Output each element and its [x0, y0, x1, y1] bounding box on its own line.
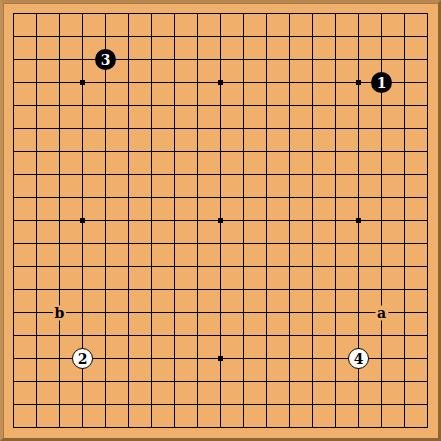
board-point-F8 — [117, 255, 140, 278]
board-point-G18 — [140, 25, 163, 48]
board-point-M14 — [255, 117, 278, 140]
board-point-S15 — [393, 94, 416, 117]
board-point-G13 — [140, 140, 163, 163]
board-point-R13 — [370, 140, 393, 163]
board-point-A11 — [2, 186, 25, 209]
board-point-C8 — [48, 255, 71, 278]
board-point-F11 — [117, 186, 140, 209]
board-point-T15 — [416, 94, 439, 117]
board-point-A18 — [2, 25, 25, 48]
board-point-K5 — [209, 324, 232, 347]
board-point-O1 — [301, 416, 324, 439]
board-point-O16 — [301, 71, 324, 94]
board-point-P4 — [324, 347, 347, 370]
move-number: 2 — [78, 352, 88, 366]
board-point-N6 — [278, 301, 301, 324]
board-point-J6 — [186, 301, 209, 324]
board-point-C18 — [48, 25, 71, 48]
board-point-B2 — [25, 393, 48, 416]
board-point-P11 — [324, 186, 347, 209]
board-point-P13 — [324, 140, 347, 163]
board-point-L5 — [232, 324, 255, 347]
board-point-B13 — [25, 140, 48, 163]
board-point-C9 — [48, 232, 71, 255]
board-point-O4 — [301, 347, 324, 370]
board-point-E11 — [94, 186, 117, 209]
board-point-G17 — [140, 48, 163, 71]
board-point-S7 — [393, 278, 416, 301]
board-point-E14 — [94, 117, 117, 140]
board-point-D10 — [71, 209, 94, 232]
board-point-T19 — [416, 2, 439, 25]
board-point-Q2 — [347, 393, 370, 416]
board-point-R3 — [370, 370, 393, 393]
board-point-P16 — [324, 71, 347, 94]
board-point-M1 — [255, 416, 278, 439]
board-point-L3 — [232, 370, 255, 393]
board-point-C6: b — [48, 301, 71, 324]
board-point-N16 — [278, 71, 301, 94]
board-point-Q18 — [347, 25, 370, 48]
go-board: 31ba24 — [0, 0, 441, 441]
board-point-D1 — [71, 416, 94, 439]
board-point-O12 — [301, 163, 324, 186]
board-point-O19 — [301, 2, 324, 25]
board-point-R12 — [370, 163, 393, 186]
board-point-P8 — [324, 255, 347, 278]
board-point-D12 — [71, 163, 94, 186]
board-point-R18 — [370, 25, 393, 48]
board-point-K13 — [209, 140, 232, 163]
board-point-T2 — [416, 393, 439, 416]
board-point-T13 — [416, 140, 439, 163]
star-point — [218, 356, 223, 361]
board-point-Q11 — [347, 186, 370, 209]
board-point-Q16 — [347, 71, 370, 94]
black-stone-3: 3 — [95, 49, 116, 70]
board-point-B4 — [25, 347, 48, 370]
board-point-P7 — [324, 278, 347, 301]
board-point-G5 — [140, 324, 163, 347]
board-point-P12 — [324, 163, 347, 186]
board-point-K8 — [209, 255, 232, 278]
board-point-D13 — [71, 140, 94, 163]
board-point-D17 — [71, 48, 94, 71]
board-point-B1 — [25, 416, 48, 439]
board-point-S16 — [393, 71, 416, 94]
board-point-P17 — [324, 48, 347, 71]
board-point-E10 — [94, 209, 117, 232]
board-point-T1 — [416, 416, 439, 439]
board-point-N2 — [278, 393, 301, 416]
star-point — [218, 218, 223, 223]
star-point — [356, 80, 361, 85]
board-point-L9 — [232, 232, 255, 255]
board-point-T7 — [416, 278, 439, 301]
board-point-G1 — [140, 416, 163, 439]
board-point-S3 — [393, 370, 416, 393]
board-point-S12 — [393, 163, 416, 186]
white-stone-2: 2 — [72, 348, 93, 369]
board-point-R2 — [370, 393, 393, 416]
board-point-R14 — [370, 117, 393, 140]
board-point-G7 — [140, 278, 163, 301]
board-point-F18 — [117, 25, 140, 48]
board-point-M3 — [255, 370, 278, 393]
board-point-N11 — [278, 186, 301, 209]
board-point-D9 — [71, 232, 94, 255]
board-point-R11 — [370, 186, 393, 209]
board-point-M18 — [255, 25, 278, 48]
board-point-M4 — [255, 347, 278, 370]
board-point-C4 — [48, 347, 71, 370]
board-point-H2 — [163, 393, 186, 416]
board-point-L13 — [232, 140, 255, 163]
board-point-D5 — [71, 324, 94, 347]
board-point-T10 — [416, 209, 439, 232]
board-point-G11 — [140, 186, 163, 209]
board-point-E12 — [94, 163, 117, 186]
board-point-J1 — [186, 416, 209, 439]
board-point-O14 — [301, 117, 324, 140]
board-point-P10 — [324, 209, 347, 232]
board-point-F17 — [117, 48, 140, 71]
board-point-P14 — [324, 117, 347, 140]
board-point-G2 — [140, 393, 163, 416]
board-point-R16: 1 — [370, 71, 393, 94]
board-point-E13 — [94, 140, 117, 163]
board-point-A8 — [2, 255, 25, 278]
board-point-H18 — [163, 25, 186, 48]
board-point-T8 — [416, 255, 439, 278]
board-point-N5 — [278, 324, 301, 347]
board-point-F3 — [117, 370, 140, 393]
board-point-C12 — [48, 163, 71, 186]
board-point-A3 — [2, 370, 25, 393]
board-point-J11 — [186, 186, 209, 209]
board-point-J14 — [186, 117, 209, 140]
star-point — [356, 218, 361, 223]
board-point-N10 — [278, 209, 301, 232]
board-point-H12 — [163, 163, 186, 186]
board-point-M11 — [255, 186, 278, 209]
board-point-J2 — [186, 393, 209, 416]
board-point-H6 — [163, 301, 186, 324]
board-point-N19 — [278, 2, 301, 25]
board-point-H10 — [163, 209, 186, 232]
board-point-D16 — [71, 71, 94, 94]
board-point-P15 — [324, 94, 347, 117]
board-point-Q17 — [347, 48, 370, 71]
board-point-J5 — [186, 324, 209, 347]
board-point-Q19 — [347, 2, 370, 25]
board-point-R1 — [370, 416, 393, 439]
board-point-T11 — [416, 186, 439, 209]
board-point-S5 — [393, 324, 416, 347]
board-point-D8 — [71, 255, 94, 278]
board-point-K9 — [209, 232, 232, 255]
board-point-S17 — [393, 48, 416, 71]
board-point-O5 — [301, 324, 324, 347]
board-point-A14 — [2, 117, 25, 140]
board-point-G6 — [140, 301, 163, 324]
board-point-B15 — [25, 94, 48, 117]
board-point-C14 — [48, 117, 71, 140]
board-point-N17 — [278, 48, 301, 71]
board-point-O9 — [301, 232, 324, 255]
board-point-L10 — [232, 209, 255, 232]
board-point-J19 — [186, 2, 209, 25]
board-point-H11 — [163, 186, 186, 209]
board-point-P18 — [324, 25, 347, 48]
board-point-G9 — [140, 232, 163, 255]
board-point-J8 — [186, 255, 209, 278]
board-point-G16 — [140, 71, 163, 94]
board-point-E7 — [94, 278, 117, 301]
board-point-Q6 — [347, 301, 370, 324]
board-point-S11 — [393, 186, 416, 209]
board-point-B19 — [25, 2, 48, 25]
board-point-M16 — [255, 71, 278, 94]
board-point-K17 — [209, 48, 232, 71]
board-point-O6 — [301, 301, 324, 324]
board-point-Q3 — [347, 370, 370, 393]
board-point-C1 — [48, 416, 71, 439]
board-point-O8 — [301, 255, 324, 278]
board-point-E15 — [94, 94, 117, 117]
board-point-K14 — [209, 117, 232, 140]
board-point-M12 — [255, 163, 278, 186]
black-stone-1: 1 — [371, 72, 392, 93]
board-point-K4 — [209, 347, 232, 370]
board-point-D14 — [71, 117, 94, 140]
board-point-S19 — [393, 2, 416, 25]
board-point-C13 — [48, 140, 71, 163]
board-point-K18 — [209, 25, 232, 48]
board-point-L6 — [232, 301, 255, 324]
board-point-C2 — [48, 393, 71, 416]
board-point-A6 — [2, 301, 25, 324]
board-point-F10 — [117, 209, 140, 232]
board-point-A10 — [2, 209, 25, 232]
board-point-F7 — [117, 278, 140, 301]
board-point-O15 — [301, 94, 324, 117]
board-point-D6 — [71, 301, 94, 324]
board-point-B8 — [25, 255, 48, 278]
board-point-A9 — [2, 232, 25, 255]
board-point-F4 — [117, 347, 140, 370]
board-point-O3 — [301, 370, 324, 393]
board-point-L16 — [232, 71, 255, 94]
board-point-K2 — [209, 393, 232, 416]
board-point-J13 — [186, 140, 209, 163]
board-point-J15 — [186, 94, 209, 117]
board-point-A1 — [2, 416, 25, 439]
board-point-R5 — [370, 324, 393, 347]
board-point-N7 — [278, 278, 301, 301]
board-point-E5 — [94, 324, 117, 347]
point-label-b: b — [53, 305, 67, 320]
board-point-Q5 — [347, 324, 370, 347]
board-point-L12 — [232, 163, 255, 186]
board-point-D4: 2 — [71, 347, 94, 370]
board-point-A19 — [2, 2, 25, 25]
board-point-M7 — [255, 278, 278, 301]
board-point-L18 — [232, 25, 255, 48]
board-point-S2 — [393, 393, 416, 416]
board-point-D18 — [71, 25, 94, 48]
board-point-N13 — [278, 140, 301, 163]
board-point-R7 — [370, 278, 393, 301]
board-point-A5 — [2, 324, 25, 347]
board-point-O18 — [301, 25, 324, 48]
board-point-S9 — [393, 232, 416, 255]
move-number: 4 — [354, 352, 364, 366]
board-point-A13 — [2, 140, 25, 163]
board-point-C15 — [48, 94, 71, 117]
star-point — [80, 80, 85, 85]
board-point-T5 — [416, 324, 439, 347]
board-point-G10 — [140, 209, 163, 232]
board-point-P5 — [324, 324, 347, 347]
board-point-H15 — [163, 94, 186, 117]
point-label-a: a — [375, 305, 388, 320]
board-point-H13 — [163, 140, 186, 163]
board-point-F15 — [117, 94, 140, 117]
board-point-J3 — [186, 370, 209, 393]
board-point-B14 — [25, 117, 48, 140]
board-point-N8 — [278, 255, 301, 278]
board-point-D2 — [71, 393, 94, 416]
board-point-J12 — [186, 163, 209, 186]
board-point-J18 — [186, 25, 209, 48]
board-point-S18 — [393, 25, 416, 48]
board-point-B16 — [25, 71, 48, 94]
board-point-E4 — [94, 347, 117, 370]
board-point-J4 — [186, 347, 209, 370]
board-point-B5 — [25, 324, 48, 347]
board-point-M9 — [255, 232, 278, 255]
board-point-C7 — [48, 278, 71, 301]
board-point-L8 — [232, 255, 255, 278]
board-point-G3 — [140, 370, 163, 393]
board-point-M19 — [255, 2, 278, 25]
board-point-R4 — [370, 347, 393, 370]
board-point-R17 — [370, 48, 393, 71]
board-point-O11 — [301, 186, 324, 209]
board-point-N15 — [278, 94, 301, 117]
board-point-Q1 — [347, 416, 370, 439]
board-point-N9 — [278, 232, 301, 255]
board-point-L15 — [232, 94, 255, 117]
board-point-A16 — [2, 71, 25, 94]
board-point-J7 — [186, 278, 209, 301]
board-point-M8 — [255, 255, 278, 278]
board-point-B7 — [25, 278, 48, 301]
board-point-K16 — [209, 71, 232, 94]
board-point-P19 — [324, 2, 347, 25]
board-point-F16 — [117, 71, 140, 94]
board-point-F12 — [117, 163, 140, 186]
board-point-A4 — [2, 347, 25, 370]
board-point-P6 — [324, 301, 347, 324]
board-point-K1 — [209, 416, 232, 439]
board-point-T12 — [416, 163, 439, 186]
board-point-R10 — [370, 209, 393, 232]
board-point-M15 — [255, 94, 278, 117]
board-point-F6 — [117, 301, 140, 324]
board-point-C11 — [48, 186, 71, 209]
board-grid: 31ba24 — [2, 2, 439, 439]
board-point-C10 — [48, 209, 71, 232]
board-point-N4 — [278, 347, 301, 370]
board-point-J9 — [186, 232, 209, 255]
board-point-K10 — [209, 209, 232, 232]
board-point-M6 — [255, 301, 278, 324]
board-point-E17: 3 — [94, 48, 117, 71]
white-stone-4: 4 — [348, 348, 369, 369]
board-point-S13 — [393, 140, 416, 163]
board-point-R9 — [370, 232, 393, 255]
board-point-S6 — [393, 301, 416, 324]
board-point-Q8 — [347, 255, 370, 278]
board-point-C17 — [48, 48, 71, 71]
board-point-K7 — [209, 278, 232, 301]
board-point-H4 — [163, 347, 186, 370]
board-point-E19 — [94, 2, 117, 25]
board-point-B11 — [25, 186, 48, 209]
board-point-T16 — [416, 71, 439, 94]
board-point-G19 — [140, 2, 163, 25]
board-point-Q14 — [347, 117, 370, 140]
board-point-Q13 — [347, 140, 370, 163]
board-point-K19 — [209, 2, 232, 25]
board-point-K12 — [209, 163, 232, 186]
board-point-F19 — [117, 2, 140, 25]
board-point-B17 — [25, 48, 48, 71]
board-point-F13 — [117, 140, 140, 163]
board-point-A12 — [2, 163, 25, 186]
board-point-K11 — [209, 186, 232, 209]
board-point-C5 — [48, 324, 71, 347]
board-point-F1 — [117, 416, 140, 439]
board-point-G4 — [140, 347, 163, 370]
board-point-B6 — [25, 301, 48, 324]
board-point-B10 — [25, 209, 48, 232]
board-point-N14 — [278, 117, 301, 140]
board-point-T6 — [416, 301, 439, 324]
board-point-M10 — [255, 209, 278, 232]
board-point-F9 — [117, 232, 140, 255]
board-point-P3 — [324, 370, 347, 393]
board-point-K6 — [209, 301, 232, 324]
board-point-P2 — [324, 393, 347, 416]
board-point-E8 — [94, 255, 117, 278]
board-point-Q10 — [347, 209, 370, 232]
board-point-E2 — [94, 393, 117, 416]
board-point-B18 — [25, 25, 48, 48]
board-point-T3 — [416, 370, 439, 393]
board-point-P9 — [324, 232, 347, 255]
board-point-O13 — [301, 140, 324, 163]
board-point-H9 — [163, 232, 186, 255]
board-point-E3 — [94, 370, 117, 393]
board-point-M5 — [255, 324, 278, 347]
board-point-J17 — [186, 48, 209, 71]
board-point-O17 — [301, 48, 324, 71]
board-point-H3 — [163, 370, 186, 393]
board-point-H7 — [163, 278, 186, 301]
